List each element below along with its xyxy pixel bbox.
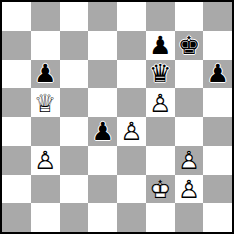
square-h1[interactable] [203, 203, 232, 232]
black-queen: ♛ [146, 60, 175, 89]
square-e5[interactable] [117, 88, 146, 117]
square-g8[interactable] [175, 2, 204, 31]
square-b3[interactable]: ♟♙ [31, 146, 60, 175]
white-pawn: ♟♙ [175, 146, 204, 175]
square-b4[interactable] [31, 117, 60, 146]
chess-board: ♟♚♟♛♟♛♕♟♙♟♟♙♟♙♟♙♚♔♟♙ [2, 2, 232, 232]
square-e7[interactable] [117, 31, 146, 60]
square-a5[interactable] [2, 88, 31, 117]
square-a1[interactable] [2, 203, 31, 232]
black-pawn: ♟ [31, 60, 60, 89]
square-h6[interactable]: ♟ [203, 60, 232, 89]
square-c5[interactable] [60, 88, 89, 117]
white-king: ♚♔ [146, 175, 175, 204]
white-pawn-outline: ♙ [34, 148, 56, 173]
square-h8[interactable] [203, 2, 232, 31]
square-h2[interactable] [203, 175, 232, 204]
black-king: ♚ [175, 31, 204, 60]
square-b7[interactable] [31, 31, 60, 60]
square-c8[interactable] [60, 2, 89, 31]
square-b1[interactable] [31, 203, 60, 232]
square-a7[interactable] [2, 31, 31, 60]
square-c3[interactable] [60, 146, 89, 175]
white-pawn: ♟♙ [117, 117, 146, 146]
black-pawn: ♟ [203, 60, 232, 89]
square-h7[interactable] [203, 31, 232, 60]
chess-board-frame: ♟♚♟♛♟♛♕♟♙♟♟♙♟♙♟♙♚♔♟♙ [0, 0, 234, 234]
square-g5[interactable] [175, 88, 204, 117]
square-e8[interactable] [117, 2, 146, 31]
white-pawn: ♟♙ [146, 88, 175, 117]
square-e6[interactable] [117, 60, 146, 89]
square-g4[interactable] [175, 117, 204, 146]
square-c1[interactable] [60, 203, 89, 232]
square-d3[interactable] [88, 146, 117, 175]
square-g1[interactable] [175, 203, 204, 232]
square-g3[interactable]: ♟♙ [175, 146, 204, 175]
square-h4[interactable] [203, 117, 232, 146]
square-g6[interactable] [175, 60, 204, 89]
square-f7[interactable]: ♟ [146, 31, 175, 60]
square-d1[interactable] [88, 203, 117, 232]
square-f3[interactable] [146, 146, 175, 175]
square-a6[interactable] [2, 60, 31, 89]
square-e4[interactable]: ♟♙ [117, 117, 146, 146]
square-a4[interactable] [2, 117, 31, 146]
square-g2[interactable]: ♟♙ [175, 175, 204, 204]
square-c4[interactable] [60, 117, 89, 146]
square-c7[interactable] [60, 31, 89, 60]
white-pawn-outline: ♙ [120, 119, 142, 144]
square-e3[interactable] [117, 146, 146, 175]
square-h5[interactable] [203, 88, 232, 117]
square-f2[interactable]: ♚♔ [146, 175, 175, 204]
square-d8[interactable] [88, 2, 117, 31]
square-e2[interactable] [117, 175, 146, 204]
square-d7[interactable] [88, 31, 117, 60]
square-b6[interactable]: ♟ [31, 60, 60, 89]
square-h3[interactable] [203, 146, 232, 175]
square-g7[interactable]: ♚ [175, 31, 204, 60]
white-pawn: ♟♙ [31, 146, 60, 175]
square-a3[interactable] [2, 146, 31, 175]
white-queen: ♛♕ [31, 88, 60, 117]
square-b2[interactable] [31, 175, 60, 204]
square-d2[interactable] [88, 175, 117, 204]
square-a2[interactable] [2, 175, 31, 204]
square-f5[interactable]: ♟♙ [146, 88, 175, 117]
black-pawn: ♟ [146, 31, 175, 60]
black-pawn: ♟ [88, 117, 117, 146]
square-c2[interactable] [60, 175, 89, 204]
square-c6[interactable] [60, 60, 89, 89]
square-f8[interactable] [146, 2, 175, 31]
square-d5[interactable] [88, 88, 117, 117]
white-pawn-outline: ♙ [178, 176, 200, 201]
square-b5[interactable]: ♛♕ [31, 88, 60, 117]
white-pawn-outline: ♙ [178, 148, 200, 173]
square-f1[interactable] [146, 203, 175, 232]
white-queen-outline: ♕ [34, 90, 56, 115]
square-f6[interactable]: ♛ [146, 60, 175, 89]
square-d4[interactable]: ♟ [88, 117, 117, 146]
white-pawn: ♟♙ [175, 175, 204, 204]
white-king-outline: ♔ [149, 176, 171, 201]
square-b8[interactable] [31, 2, 60, 31]
square-d6[interactable] [88, 60, 117, 89]
white-pawn-outline: ♙ [149, 90, 171, 115]
square-a8[interactable] [2, 2, 31, 31]
square-f4[interactable] [146, 117, 175, 146]
square-e1[interactable] [117, 203, 146, 232]
